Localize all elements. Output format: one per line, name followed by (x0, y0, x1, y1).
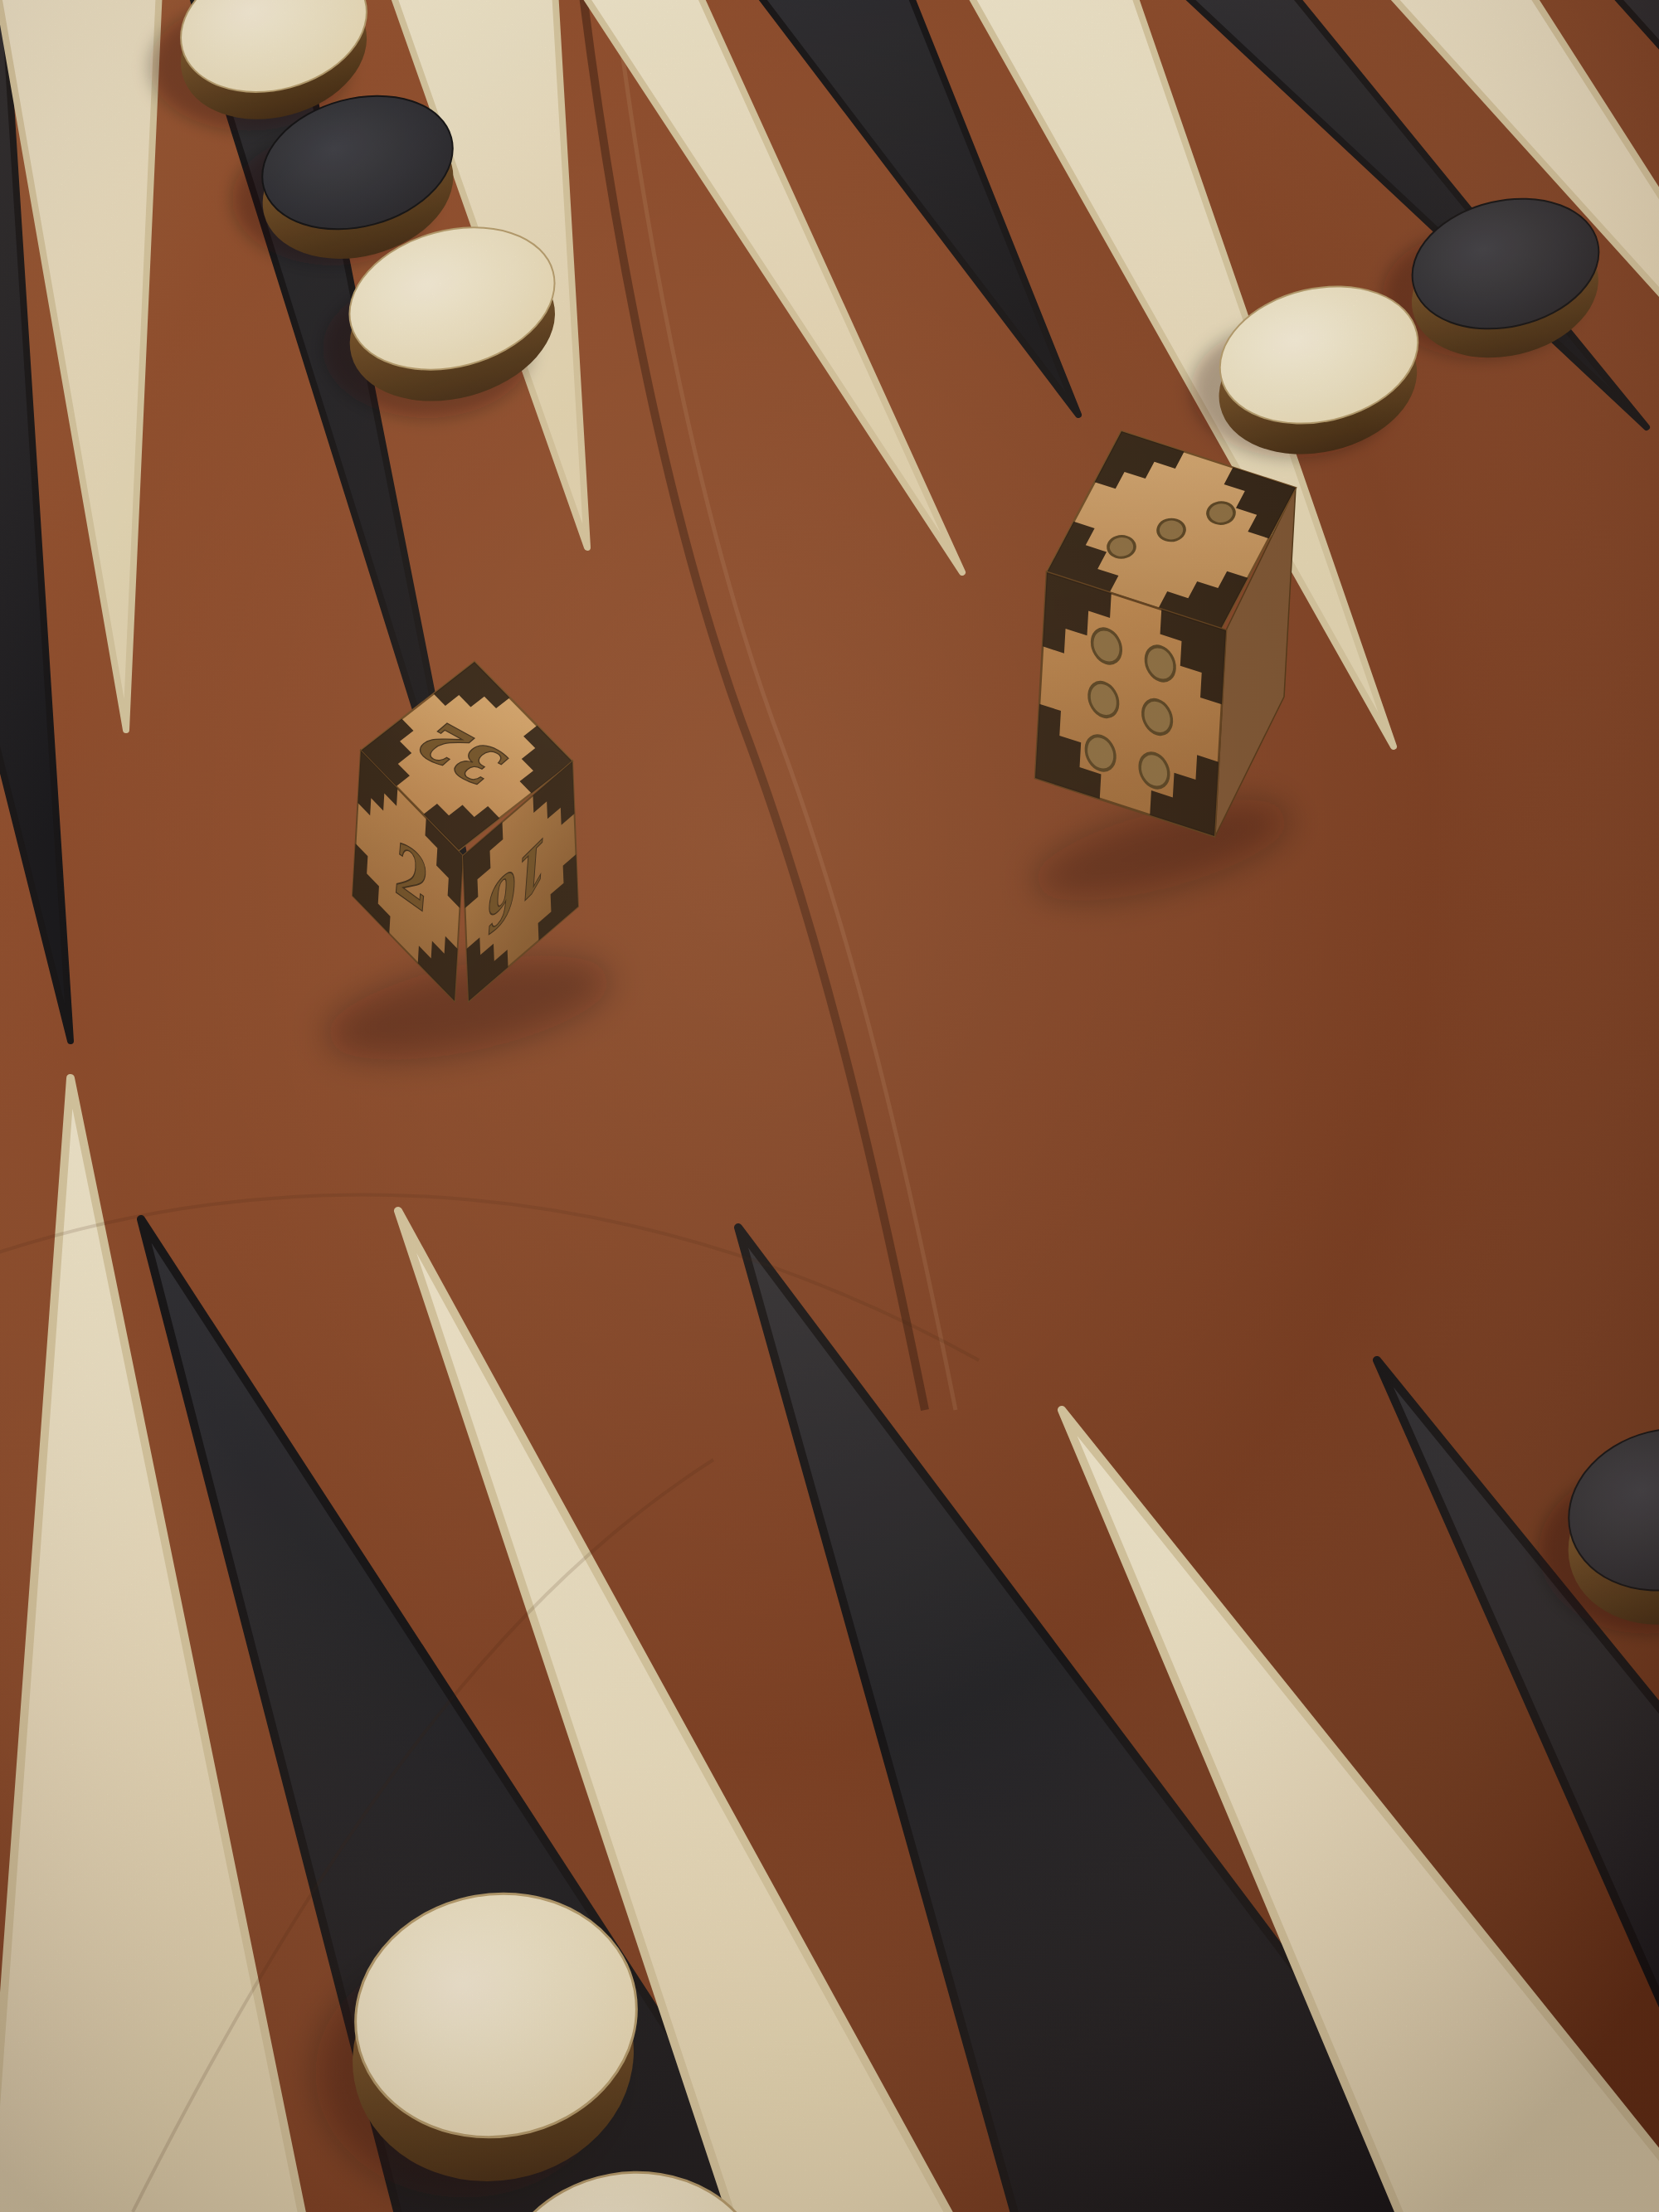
board-scene-svg: Close-up angled photograph of a brown le… (0, 0, 1659, 2212)
vignette-overlay (0, 0, 1659, 2212)
backgammon-board-photo: Close-up angled photograph of a brown le… (0, 0, 1659, 2212)
